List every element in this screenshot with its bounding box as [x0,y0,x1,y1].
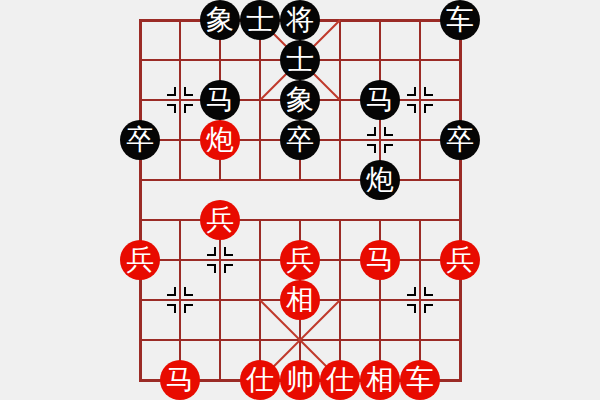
black-soldier[interactable]: 卒 [440,120,480,160]
black-elephant[interactable]: 象 [200,0,240,40]
point-marker [384,144,393,153]
black-advisor[interactable]: 士 [240,0,280,40]
grid-line-v [179,20,181,180]
point-marker [424,87,433,96]
red-soldier[interactable]: 兵 [280,240,320,280]
point-marker [367,144,376,153]
red-soldier[interactable]: 兵 [440,240,480,280]
black-soldier[interactable]: 卒 [280,120,320,160]
point-marker [424,304,433,313]
point-marker [407,304,416,313]
grid-line-v [179,220,181,380]
point-marker [207,264,216,273]
black-chariot[interactable]: 车 [440,0,480,40]
red-general[interactable]: 帅 [280,360,320,400]
point-marker [184,304,193,313]
point-marker [224,247,233,256]
point-marker [367,127,376,136]
point-marker [384,127,393,136]
point-marker [167,304,176,313]
red-soldier[interactable]: 兵 [200,200,240,240]
red-chariot[interactable]: 车 [400,360,440,400]
black-advisor[interactable]: 士 [280,40,320,80]
red-advisor[interactable]: 仕 [240,360,280,400]
red-elephant[interactable]: 相 [360,360,400,400]
red-elephant[interactable]: 相 [280,280,320,320]
point-marker [184,287,193,296]
point-marker [407,104,416,113]
point-marker [167,287,176,296]
black-general[interactable]: 将 [280,0,320,40]
red-horse[interactable]: 马 [160,360,200,400]
point-marker [207,247,216,256]
point-marker [424,104,433,113]
red-horse[interactable]: 马 [360,240,400,280]
red-cannon[interactable]: 炮 [200,120,240,160]
point-marker [167,87,176,96]
black-soldier[interactable]: 卒 [120,120,160,160]
grid-line-v [419,220,421,380]
black-horse[interactable]: 马 [360,80,400,120]
grid-line-v [419,20,421,180]
point-marker [407,287,416,296]
point-marker [184,104,193,113]
point-marker [224,264,233,273]
point-marker [407,87,416,96]
grid-line-v [219,220,221,380]
black-elephant[interactable]: 象 [280,80,320,120]
point-marker [184,87,193,96]
black-horse[interactable]: 马 [200,80,240,120]
point-marker [167,104,176,113]
page-background: 象士将车士马象马卒卒卒炮炮兵兵兵马兵相马仕帅仕相车 [0,0,600,400]
red-advisor[interactable]: 仕 [320,360,360,400]
red-soldier[interactable]: 兵 [120,240,160,280]
black-cannon[interactable]: 炮 [360,160,400,200]
point-marker [424,287,433,296]
xiangqi-board: 象士将车士马象马卒卒卒炮炮兵兵兵马兵相马仕帅仕相车 [0,0,600,400]
